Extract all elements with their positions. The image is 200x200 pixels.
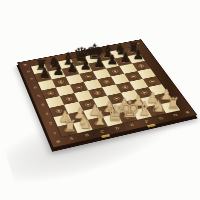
square-b1: ♞ — [73, 120, 93, 133]
file-label-h: H — [167, 111, 185, 119]
white-rook-h1: ♜ — [154, 96, 191, 111]
square-g2: ♟ — [140, 95, 160, 107]
square-a5 — [42, 88, 60, 99]
rank-label-1: 1 — [49, 127, 62, 139]
square-d4 — [88, 87, 107, 98]
photo-scene: 87654321 ABCDEFGH ♜♞♝♛♚♝♞♜♟♟♟♟♟♟♟♟♟♟♟♟♟♟… — [0, 0, 200, 200]
square-b5 — [56, 85, 74, 96]
